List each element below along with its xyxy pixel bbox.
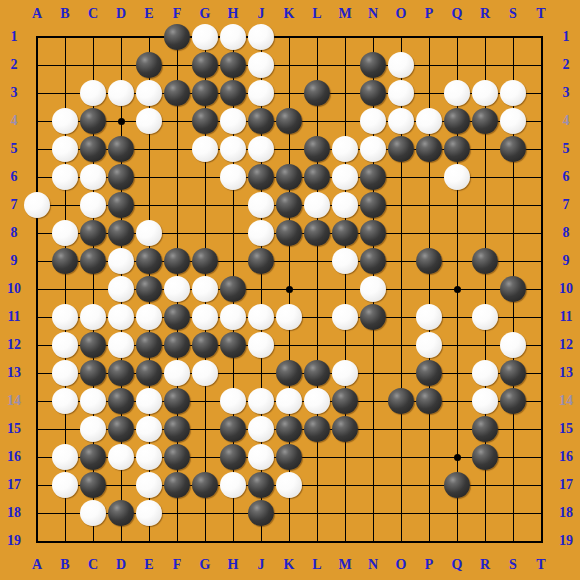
black-stone-F1 [164,24,190,50]
white-stone-P12 [416,332,442,358]
white-stone-K14 [276,388,302,414]
row-label-right-16: 16 [559,450,573,464]
white-stone-B5 [52,136,78,162]
white-stone-J12 [248,332,274,358]
black-stone-Q5 [444,136,470,162]
black-stone-D15 [108,416,134,442]
row-label-left-12: 12 [7,338,21,352]
black-stone-D5 [108,136,134,162]
col-label-top-E: E [144,7,153,21]
black-stone-K8 [276,220,302,246]
col-label-top-O: O [396,7,407,21]
white-stone-J8 [248,220,274,246]
white-stone-P4 [416,108,442,134]
black-stone-R15 [472,416,498,442]
black-stone-G2 [192,52,218,78]
white-stone-C18 [80,500,106,526]
white-stone-C14 [80,388,106,414]
hoshi-Q16 [454,454,461,461]
white-stone-C3 [80,80,106,106]
col-label-bottom-E: E [144,558,153,572]
white-stone-O4 [388,108,414,134]
white-stone-B4 [52,108,78,134]
white-stone-M7 [332,192,358,218]
black-stone-Q4 [444,108,470,134]
white-stone-H4 [220,108,246,134]
black-stone-N8 [360,220,386,246]
black-stone-O14 [388,388,414,414]
white-stone-G11 [192,304,218,330]
row-label-left-4: 4 [11,114,18,128]
black-stone-C5 [80,136,106,162]
col-label-bottom-O: O [396,558,407,572]
black-stone-H12 [220,332,246,358]
white-stone-E3 [136,80,162,106]
white-stone-C7 [80,192,106,218]
white-stone-B13 [52,360,78,386]
row-label-left-17: 17 [7,478,21,492]
black-stone-M14 [332,388,358,414]
white-stone-B12 [52,332,78,358]
black-stone-F12 [164,332,190,358]
white-stone-J16 [248,444,274,470]
black-stone-S10 [500,276,526,302]
black-stone-C16 [80,444,106,470]
white-stone-B17 [52,472,78,498]
black-stone-B9 [52,248,78,274]
row-label-right-3: 3 [563,86,570,100]
black-stone-J18 [248,500,274,526]
white-stone-D9 [108,248,134,274]
black-stone-P9 [416,248,442,274]
row-label-left-1: 1 [11,30,18,44]
black-stone-N2 [360,52,386,78]
white-stone-B6 [52,164,78,190]
white-stone-E8 [136,220,162,246]
row-label-right-10: 10 [559,282,573,296]
white-stone-J14 [248,388,274,414]
white-stone-O2 [388,52,414,78]
black-stone-F9 [164,248,190,274]
white-stone-S3 [500,80,526,106]
white-stone-D12 [108,332,134,358]
col-label-bottom-K: K [284,558,295,572]
white-stone-S12 [500,332,526,358]
row-label-right-1: 1 [563,30,570,44]
black-stone-F14 [164,388,190,414]
row-label-right-4: 4 [563,114,570,128]
col-label-top-C: C [88,7,98,21]
col-label-top-N: N [368,7,378,21]
row-label-right-11: 11 [559,310,572,324]
white-stone-E16 [136,444,162,470]
goban: AABBCCDDEEFFGGHHJJKKLLMMNNOOPPQQRRSSTT11… [0,0,580,580]
col-label-top-F: F [173,7,182,21]
col-label-top-P: P [425,7,434,21]
col-label-bottom-D: D [116,558,126,572]
white-stone-C15 [80,416,106,442]
black-stone-K15 [276,416,302,442]
black-stone-R4 [472,108,498,134]
row-label-left-11: 11 [7,310,20,324]
black-stone-R16 [472,444,498,470]
col-label-top-L: L [312,7,321,21]
col-label-top-G: G [200,7,211,21]
black-stone-F17 [164,472,190,498]
black-stone-N3 [360,80,386,106]
row-label-left-8: 8 [11,226,18,240]
col-label-bottom-P: P [425,558,434,572]
row-label-left-5: 5 [11,142,18,156]
white-stone-R3 [472,80,498,106]
col-label-bottom-H: H [228,558,239,572]
col-label-bottom-B: B [60,558,69,572]
hoshi-Q10 [454,286,461,293]
white-stone-J7 [248,192,274,218]
white-stone-C6 [80,164,106,190]
col-label-top-S: S [509,7,517,21]
black-stone-E10 [136,276,162,302]
row-label-right-8: 8 [563,226,570,240]
white-stone-D16 [108,444,134,470]
white-stone-B11 [52,304,78,330]
black-stone-F15 [164,416,190,442]
white-stone-L7 [304,192,330,218]
white-stone-E14 [136,388,162,414]
white-stone-H5 [220,136,246,162]
black-stone-S5 [500,136,526,162]
row-label-left-19: 19 [7,534,21,548]
black-stone-L13 [304,360,330,386]
black-stone-D7 [108,192,134,218]
black-stone-G4 [192,108,218,134]
row-label-right-13: 13 [559,366,573,380]
white-stone-K11 [276,304,302,330]
white-stone-R13 [472,360,498,386]
white-stone-D3 [108,80,134,106]
white-stone-M13 [332,360,358,386]
black-stone-N11 [360,304,386,330]
black-stone-L15 [304,416,330,442]
black-stone-N6 [360,164,386,190]
white-stone-M9 [332,248,358,274]
col-label-bottom-R: R [480,558,490,572]
black-stone-M15 [332,416,358,442]
white-stone-H17 [220,472,246,498]
white-stone-B16 [52,444,78,470]
row-label-right-15: 15 [559,422,573,436]
white-stone-E18 [136,500,162,526]
black-stone-E13 [136,360,162,386]
col-label-bottom-A: A [32,558,42,572]
black-stone-H15 [220,416,246,442]
col-label-bottom-T: T [536,558,545,572]
white-stone-J5 [248,136,274,162]
black-stone-C12 [80,332,106,358]
black-stone-H3 [220,80,246,106]
white-stone-E11 [136,304,162,330]
white-stone-D11 [108,304,134,330]
white-stone-H14 [220,388,246,414]
white-stone-B8 [52,220,78,246]
white-stone-P11 [416,304,442,330]
white-stone-K17 [276,472,302,498]
black-stone-C17 [80,472,106,498]
white-stone-H11 [220,304,246,330]
black-stone-R9 [472,248,498,274]
col-label-top-D: D [116,7,126,21]
black-stone-L8 [304,220,330,246]
black-stone-M8 [332,220,358,246]
col-label-top-A: A [32,7,42,21]
col-label-bottom-J: J [258,558,265,572]
row-label-left-3: 3 [11,86,18,100]
black-stone-J9 [248,248,274,274]
col-label-top-B: B [60,7,69,21]
row-label-left-16: 16 [7,450,21,464]
black-stone-O5 [388,136,414,162]
col-label-bottom-G: G [200,558,211,572]
white-stone-J11 [248,304,274,330]
row-label-left-13: 13 [7,366,21,380]
white-stone-E17 [136,472,162,498]
white-stone-O3 [388,80,414,106]
black-stone-C13 [80,360,106,386]
white-stone-R14 [472,388,498,414]
row-label-right-2: 2 [563,58,570,72]
row-label-left-18: 18 [7,506,21,520]
white-stone-G10 [192,276,218,302]
black-stone-G3 [192,80,218,106]
row-label-left-15: 15 [7,422,21,436]
white-stone-B14 [52,388,78,414]
black-stone-D6 [108,164,134,190]
col-label-bottom-F: F [173,558,182,572]
black-stone-K4 [276,108,302,134]
row-label-right-17: 17 [559,478,573,492]
white-stone-H1 [220,24,246,50]
row-label-right-12: 12 [559,338,573,352]
col-label-top-T: T [536,7,545,21]
black-stone-C9 [80,248,106,274]
white-stone-N10 [360,276,386,302]
white-stone-H6 [220,164,246,190]
col-label-top-R: R [480,7,490,21]
white-stone-G13 [192,360,218,386]
row-label-left-14: 14 [7,394,21,408]
black-stone-D18 [108,500,134,526]
row-label-right-6: 6 [563,170,570,184]
white-stone-J2 [248,52,274,78]
black-stone-K16 [276,444,302,470]
row-label-right-14: 14 [559,394,573,408]
black-stone-K6 [276,164,302,190]
black-stone-C8 [80,220,106,246]
black-stone-C4 [80,108,106,134]
black-stone-K7 [276,192,302,218]
black-stone-N7 [360,192,386,218]
white-stone-S4 [500,108,526,134]
white-stone-C11 [80,304,106,330]
white-stone-M5 [332,136,358,162]
black-stone-D8 [108,220,134,246]
black-stone-E9 [136,248,162,274]
white-stone-M6 [332,164,358,190]
black-stone-D13 [108,360,134,386]
black-stone-J4 [248,108,274,134]
col-label-bottom-N: N [368,558,378,572]
black-stone-K13 [276,360,302,386]
row-label-right-18: 18 [559,506,573,520]
black-stone-E12 [136,332,162,358]
hoshi-K10 [286,286,293,293]
black-stone-N9 [360,248,386,274]
row-label-right-5: 5 [563,142,570,156]
white-stone-E15 [136,416,162,442]
black-stone-J6 [248,164,274,190]
black-stone-F3 [164,80,190,106]
col-label-top-H: H [228,7,239,21]
col-label-bottom-S: S [509,558,517,572]
white-stone-Q3 [444,80,470,106]
black-stone-D14 [108,388,134,414]
col-label-bottom-M: M [338,558,351,572]
black-stone-L5 [304,136,330,162]
black-stone-P13 [416,360,442,386]
white-stone-R11 [472,304,498,330]
black-stone-H16 [220,444,246,470]
black-stone-H10 [220,276,246,302]
white-stone-G1 [192,24,218,50]
white-stone-J1 [248,24,274,50]
col-label-bottom-C: C [88,558,98,572]
white-stone-N4 [360,108,386,134]
row-label-left-7: 7 [11,198,18,212]
black-stone-G17 [192,472,218,498]
black-stone-Q17 [444,472,470,498]
col-label-bottom-L: L [312,558,321,572]
white-stone-M11 [332,304,358,330]
black-stone-J17 [248,472,274,498]
white-stone-N5 [360,136,386,162]
col-label-top-M: M [338,7,351,21]
white-stone-J15 [248,416,274,442]
row-label-left-6: 6 [11,170,18,184]
black-stone-G9 [192,248,218,274]
black-stone-L3 [304,80,330,106]
black-stone-S13 [500,360,526,386]
col-label-top-K: K [284,7,295,21]
hoshi-D4 [118,118,125,125]
row-label-right-9: 9 [563,254,570,268]
white-stone-Q6 [444,164,470,190]
black-stone-E2 [136,52,162,78]
black-stone-P14 [416,388,442,414]
black-stone-F11 [164,304,190,330]
col-label-top-Q: Q [452,7,463,21]
black-stone-P5 [416,136,442,162]
col-label-bottom-Q: Q [452,558,463,572]
col-label-top-J: J [258,7,265,21]
white-stone-D10 [108,276,134,302]
row-label-right-19: 19 [559,534,573,548]
white-stone-L14 [304,388,330,414]
black-stone-S14 [500,388,526,414]
black-stone-H2 [220,52,246,78]
white-stone-A7 [24,192,50,218]
white-stone-J3 [248,80,274,106]
row-label-left-9: 9 [11,254,18,268]
black-stone-L6 [304,164,330,190]
row-label-right-7: 7 [563,198,570,212]
white-stone-G5 [192,136,218,162]
white-stone-E4 [136,108,162,134]
white-stone-F10 [164,276,190,302]
black-stone-F16 [164,444,190,470]
black-stone-G12 [192,332,218,358]
row-label-left-2: 2 [11,58,18,72]
white-stone-F13 [164,360,190,386]
row-label-left-10: 10 [7,282,21,296]
